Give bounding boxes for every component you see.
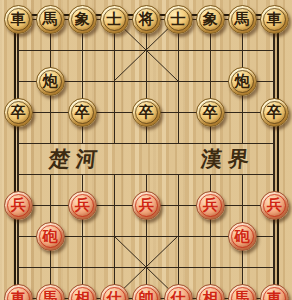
piece-glyph: 車 [267, 12, 282, 27]
piece-black-chariot-f8[interactable]: 車 [260, 5, 289, 34]
piece-glyph: 兵 [203, 198, 218, 213]
piece-glyph: 将 [139, 12, 154, 27]
piece-glyph: 兵 [139, 198, 154, 213]
piece-glyph: 帥 [139, 291, 154, 300]
piece-glyph: 卒 [11, 105, 26, 120]
piece-black-chariot-f0[interactable]: 車 [4, 5, 33, 34]
piece-red-soldier-f0[interactable]: 兵 [4, 191, 33, 220]
piece-black-elephant-f2[interactable]: 象 [68, 5, 97, 34]
piece-black-horse-f1[interactable]: 馬 [36, 5, 65, 34]
piece-glyph: 士 [107, 12, 122, 27]
piece-glyph: 卒 [203, 105, 218, 120]
piece-red-general-f4[interactable]: 帥 [132, 284, 161, 300]
piece-black-elephant-f6[interactable]: 象 [196, 5, 225, 34]
piece-glyph: 象 [203, 12, 218, 27]
piece-glyph: 卒 [139, 105, 154, 120]
piece-glyph: 馬 [43, 291, 58, 300]
piece-glyph: 相 [203, 291, 218, 300]
piece-glyph: 炮 [43, 74, 58, 89]
piece-red-soldier-f6[interactable]: 兵 [196, 191, 225, 220]
piece-red-advisor-f5[interactable]: 仕 [164, 284, 193, 300]
piece-glyph: 馬 [235, 12, 250, 27]
piece-red-soldier-f2[interactable]: 兵 [68, 191, 97, 220]
xiangqi-board[interactable]: 楚河 漢界 車馬象士将士象馬車炮炮卒卒卒卒卒兵兵兵兵兵砲砲車馬相仕帥仕相馬車 [0, 0, 292, 300]
piece-glyph: 相 [75, 291, 90, 300]
piece-black-cannon-f1[interactable]: 炮 [36, 67, 65, 96]
piece-black-horse-f7[interactable]: 馬 [228, 5, 257, 34]
piece-glyph: 兵 [267, 198, 282, 213]
piece-glyph: 兵 [75, 198, 90, 213]
piece-glyph: 車 [11, 291, 26, 300]
piece-black-advisor-f5[interactable]: 士 [164, 5, 193, 34]
piece-glyph: 炮 [235, 74, 250, 89]
piece-black-soldier-f6[interactable]: 卒 [196, 98, 225, 127]
piece-glyph: 卒 [267, 105, 282, 120]
piece-glyph: 馬 [235, 291, 250, 300]
piece-glyph: 砲 [235, 229, 250, 244]
piece-glyph: 仕 [171, 291, 186, 300]
piece-red-soldier-f4[interactable]: 兵 [132, 191, 161, 220]
piece-glyph: 士 [171, 12, 186, 27]
piece-glyph: 象 [75, 12, 90, 27]
piece-glyph: 卒 [75, 105, 90, 120]
piece-glyph: 兵 [11, 198, 26, 213]
piece-red-chariot-f0[interactable]: 車 [4, 284, 33, 300]
piece-black-soldier-f8[interactable]: 卒 [260, 98, 289, 127]
piece-glyph: 砲 [43, 229, 58, 244]
piece-red-advisor-f3[interactable]: 仕 [100, 284, 129, 300]
piece-red-chariot-f8[interactable]: 車 [260, 284, 289, 300]
piece-red-horse-f1[interactable]: 馬 [36, 284, 65, 300]
piece-red-cannon-f1[interactable]: 砲 [36, 222, 65, 251]
pieces-layer: 車馬象士将士象馬車炮炮卒卒卒卒卒兵兵兵兵兵砲砲車馬相仕帥仕相馬車 [0, 0, 292, 300]
piece-glyph: 仕 [107, 291, 122, 300]
piece-black-cannon-f7[interactable]: 炮 [228, 67, 257, 96]
piece-black-soldier-f0[interactable]: 卒 [4, 98, 33, 127]
piece-black-general-f4[interactable]: 将 [132, 5, 161, 34]
piece-red-horse-f7[interactable]: 馬 [228, 284, 257, 300]
piece-red-elephant-f2[interactable]: 相 [68, 284, 97, 300]
piece-red-cannon-f7[interactable]: 砲 [228, 222, 257, 251]
piece-glyph: 車 [11, 12, 26, 27]
piece-red-soldier-f8[interactable]: 兵 [260, 191, 289, 220]
piece-black-advisor-f3[interactable]: 士 [100, 5, 129, 34]
piece-red-elephant-f6[interactable]: 相 [196, 284, 225, 300]
piece-black-soldier-f2[interactable]: 卒 [68, 98, 97, 127]
piece-glyph: 車 [267, 291, 282, 300]
piece-black-soldier-f4[interactable]: 卒 [132, 98, 161, 127]
piece-glyph: 馬 [43, 12, 58, 27]
